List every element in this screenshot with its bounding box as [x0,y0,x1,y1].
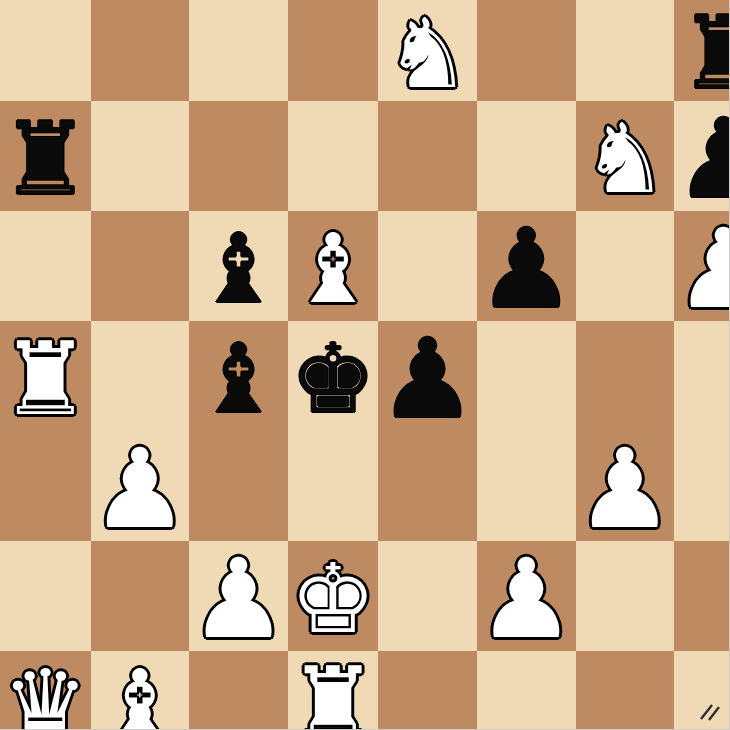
square-f3[interactable] [477,431,576,541]
square-d6[interactable]: ♝ [288,211,379,321]
square-f6[interactable]: ♟ [477,211,576,321]
piece-black-bishop-c6[interactable]: ♝ [195,221,281,317]
square-e3[interactable] [378,431,477,541]
piece-black-king-d5[interactable]: ♚ [290,331,376,427]
piece-black-rook-h8[interactable]: ♜ [678,3,730,104]
piece-white-bishop-b1[interactable]: ♝ [97,657,183,730]
piece-black-bishop-c5[interactable]: ♝ [195,331,281,427]
square-d1[interactable]: d♜ [288,651,379,730]
square-a2[interactable] [0,541,91,651]
square-c6[interactable]: ♝ [189,211,288,321]
piece-white-queen-a1[interactable]: ♛ [2,657,88,730]
square-h3[interactable]: 3 [674,431,730,541]
square-a1[interactable]: a♛ [0,651,91,730]
square-c8[interactable] [189,0,288,101]
piece-white-pawn-g3[interactable]: ♟ [576,434,675,544]
square-g3[interactable]: ♟ [576,431,675,541]
piece-black-pawn-e5[interactable]: ♟ [378,324,477,434]
square-b1[interactable]: b♝ [91,651,190,730]
piece-black-pawn-f6[interactable]: ♟ [477,214,576,324]
square-b3[interactable]: ♟ [91,431,190,541]
square-c1[interactable]: c [189,651,288,730]
square-h8[interactable]: 8♜ [674,0,730,101]
square-d3[interactable] [288,431,379,541]
square-d2[interactable]: ♚ [288,541,379,651]
square-e2[interactable] [378,541,477,651]
square-g8[interactable] [576,0,675,101]
square-b7[interactable] [91,101,190,211]
square-c3[interactable] [189,431,288,541]
piece-white-knight-e8[interactable]: ♞ [385,6,471,102]
piece-white-pawn-c2[interactable]: ♟ [189,544,288,654]
square-a7[interactable]: ♜ [0,101,91,211]
piece-white-rook-a5[interactable]: ♜ [0,329,91,430]
piece-white-pawn-f2[interactable]: ♟ [477,544,576,654]
square-h2[interactable]: 2 [674,541,730,651]
square-b2[interactable] [91,541,190,651]
piece-black-pawn-h7[interactable]: ♟ [674,104,730,214]
square-h5[interactable]: 5 [674,321,730,431]
square-b6[interactable] [91,211,190,321]
square-g7[interactable]: ♞ [576,101,675,211]
square-a3[interactable] [0,431,91,541]
square-a6[interactable] [0,211,91,321]
piece-white-king-d2[interactable]: ♚ [290,551,376,647]
piece-white-bishop-d6[interactable]: ♝ [290,221,376,317]
piece-black-rook-a7[interactable]: ♜ [0,109,91,210]
square-g5[interactable] [576,321,675,431]
square-f7[interactable] [477,101,576,211]
piece-white-knight-g7[interactable]: ♞ [582,111,668,207]
square-d7[interactable] [288,101,379,211]
square-h6[interactable]: 6♟ [674,211,730,321]
piece-white-pawn-h6[interactable]: ♟ [674,214,730,324]
square-g1[interactable]: g [576,651,675,730]
square-e7[interactable] [378,101,477,211]
square-c2[interactable]: ♟ [189,541,288,651]
square-d5[interactable]: ♚ [288,321,379,431]
square-g6[interactable] [576,211,675,321]
square-f2[interactable]: ♟ [477,541,576,651]
square-c5[interactable]: ♝ [189,321,288,431]
square-e5[interactable]: ♟ [378,321,477,431]
square-d8[interactable] [288,0,379,101]
square-b5[interactable] [91,321,190,431]
square-f5[interactable] [477,321,576,431]
square-g2[interactable] [576,541,675,651]
piece-white-rook-d1[interactable]: ♜ [288,654,379,730]
piece-white-pawn-b3[interactable]: ♟ [91,434,190,544]
square-f8[interactable] [477,0,576,101]
square-e8[interactable]: ♞ [378,0,477,101]
square-a5[interactable]: ♜ [0,321,91,431]
square-c7[interactable] [189,101,288,211]
resize-handle-icon[interactable] [699,703,721,721]
chess-diagram-page: ♞8♜♜♞7♟♝♝♟6♟♜♝♚♟54♟♟3♟♚♟2a♛b♝cd♜efgh1 [0,0,730,730]
chess-board: ♞8♜♜♞7♟♝♝♟6♟♜♝♚♟54♟♟3♟♚♟2a♛b♝cd♜efgh1 [0,0,725,725]
square-e6[interactable] [378,211,477,321]
square-e1[interactable]: e [378,651,477,730]
square-b8[interactable] [91,0,190,101]
square-f1[interactable]: f [477,651,576,730]
square-a8[interactable] [0,0,91,101]
square-h7[interactable]: 7♟ [674,101,730,211]
